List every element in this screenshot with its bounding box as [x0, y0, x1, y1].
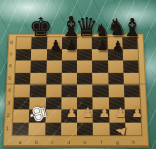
square-d8 [62, 37, 77, 49]
rank-label-3: 3 [7, 101, 10, 106]
chess-board: abcdefgh87654321 [3, 34, 149, 146]
square-e2 [77, 109, 93, 122]
square-f1 [93, 122, 109, 135]
square-e4 [77, 85, 93, 97]
square-b6 [31, 60, 47, 72]
square-f4 [93, 85, 109, 97]
file-label-g: g [116, 140, 119, 145]
file-label-e: e [84, 140, 87, 145]
file-label-d: d [67, 140, 70, 145]
square-g8 [107, 37, 122, 49]
rank-label-2: 2 [6, 113, 9, 118]
square-e7 [77, 49, 92, 61]
square-a7 [16, 49, 32, 61]
square-c3 [45, 97, 61, 110]
rank-label-8: 8 [10, 41, 13, 45]
square-g2 [109, 109, 125, 122]
square-f6 [92, 60, 108, 72]
square-f7 [92, 49, 107, 61]
square-h1 [125, 122, 142, 135]
square-h7 [122, 49, 138, 61]
square-g6 [108, 60, 124, 72]
rank-label-5: 5 [8, 76, 11, 80]
square-b7 [31, 49, 47, 61]
square-a8 [16, 37, 32, 49]
square-b2 [29, 109, 45, 122]
square-f3 [93, 97, 109, 110]
square-g7 [107, 49, 123, 61]
square-a4 [14, 85, 30, 97]
rank-label-7: 7 [9, 52, 12, 56]
square-b8 [31, 37, 46, 49]
square-b3 [29, 97, 45, 110]
square-a1 [12, 122, 29, 135]
square-h8 [122, 37, 138, 49]
square-a6 [15, 60, 31, 72]
square-g4 [108, 85, 124, 97]
square-h4 [124, 85, 140, 97]
square-d6 [62, 60, 77, 72]
rank-label-1: 1 [6, 126, 9, 131]
square-h6 [123, 60, 139, 72]
square-c4 [46, 85, 62, 97]
square-c6 [46, 60, 62, 72]
square-e1 [77, 122, 93, 135]
file-label-c: c [51, 140, 54, 145]
square-e8 [77, 37, 92, 49]
square-c2 [45, 109, 61, 122]
square-d4 [61, 85, 77, 97]
square-c7 [46, 49, 61, 61]
square-h2 [124, 109, 140, 122]
square-h3 [124, 97, 140, 110]
square-f8 [92, 37, 107, 49]
square-d2 [61, 109, 77, 122]
square-b1 [29, 122, 45, 135]
square-a2 [13, 109, 29, 122]
square-d1 [61, 122, 77, 135]
square-e3 [77, 97, 93, 110]
rank-label-4: 4 [8, 88, 11, 93]
square-a3 [14, 97, 30, 110]
square-c8 [47, 37, 62, 49]
square-d3 [61, 97, 77, 110]
square-f2 [93, 109, 109, 122]
square-b4 [30, 85, 46, 97]
file-label-a: a [19, 140, 22, 145]
file-label-b: b [35, 140, 38, 145]
square-g3 [108, 97, 124, 110]
rank-label-6: 6 [9, 64, 12, 68]
board-hinge-seam [6, 84, 146, 86]
play-area [12, 37, 141, 135]
scene: abcdefgh87654321 ♚♝♛♞♞♝♟♟♟♟♟♟♟♟♟♚♟ [0, 0, 156, 149]
square-c1 [45, 122, 61, 135]
square-g1 [109, 122, 125, 135]
square-e6 [77, 60, 92, 72]
file-label-h: h [132, 140, 135, 145]
square-d7 [62, 49, 77, 61]
file-label-f: f [100, 140, 102, 145]
